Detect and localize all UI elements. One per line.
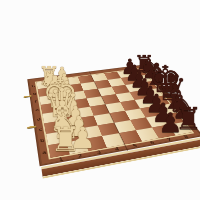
- file-label-e: e: [33, 105, 41, 115]
- file-label-d: d: [35, 114, 43, 125]
- brass-hinge-pin: [23, 95, 31, 98]
- white-rook[interactable]: ♜: [50, 124, 69, 156]
- file-label-f: f: [32, 97, 40, 106]
- board-frame: ♜♟♟♜♞♟♟♞♝♟♟♝♚♟♟♚♛♟♟♛♝♟♟♝♞♟♟♞♜♟♟♜ 1234567…: [27, 64, 200, 166]
- chess-board: ♜♟♟♜♞♟♟♞♝♟♟♝♚♟♟♚♛♟♟♛♝♟♟♝♞♟♟♞♜♟♟♜ 1234567…: [27, 64, 200, 166]
- black-pawn[interactable]: ♟: [158, 110, 176, 136]
- chess-set-photo: ♜♟♟♜♞♟♟♞♝♟♟♝♚♟♟♚♛♟♟♛♝♟♟♝♞♟♟♞♜♟♟♜ 1234567…: [0, 0, 200, 200]
- square-a1[interactable]: ♜: [48, 142, 70, 158]
- square-e5[interactable]: [101, 94, 120, 104]
